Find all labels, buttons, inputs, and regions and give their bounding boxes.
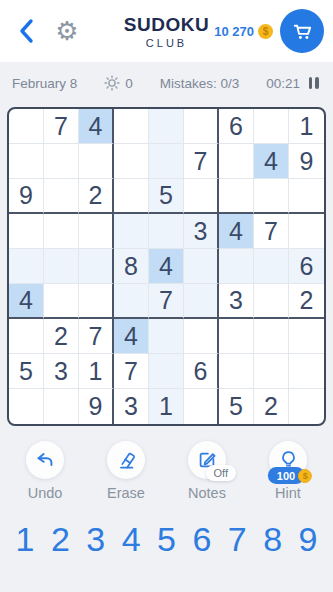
cell-r7c4[interactable]: 4 <box>114 319 149 354</box>
cell-r4c6[interactable]: 3 <box>184 214 219 249</box>
daily-count: 0 <box>125 76 133 91</box>
cell-r1c3[interactable]: 4 <box>79 109 114 144</box>
cell-r9c7[interactable]: 5 <box>219 389 254 424</box>
pause-icon <box>309 77 313 89</box>
title-main: SUDOKU <box>124 14 209 36</box>
cell-r5c7[interactable] <box>219 249 254 284</box>
hint-cost: 100 <box>277 470 295 482</box>
cell-r9c5[interactable]: 1 <box>149 389 184 424</box>
cell-r7c8[interactable] <box>254 319 289 354</box>
numpad-key-1[interactable]: 1 <box>10 522 40 556</box>
cell-r1c4[interactable] <box>114 109 149 144</box>
cell-r2c4[interactable] <box>114 144 149 179</box>
cell-r2c7[interactable] <box>219 144 254 179</box>
cell-r8c7[interactable] <box>219 354 254 389</box>
cell-r1c5[interactable] <box>149 109 184 144</box>
cell-r2c1[interactable] <box>9 144 44 179</box>
sun-icon <box>104 75 120 91</box>
cell-r7c7[interactable] <box>219 319 254 354</box>
numpad-key-4[interactable]: 4 <box>116 522 146 556</box>
cell-r8c9[interactable] <box>289 354 324 389</box>
undo-button[interactable]: Undo <box>17 441 73 501</box>
cell-r2c3[interactable] <box>79 144 114 179</box>
coin-amount: 10 270 <box>214 24 254 39</box>
cell-r3c4[interactable] <box>114 179 149 214</box>
cell-r4c8[interactable]: 7 <box>254 214 289 249</box>
daily-challenge-indicator: 0 <box>104 75 133 91</box>
erase-label: Erase <box>107 485 145 501</box>
cell-r4c3[interactable] <box>79 214 114 249</box>
numpad: 123456789 <box>0 522 333 556</box>
cell-r2c2[interactable] <box>44 144 79 179</box>
cell-r8c1[interactable]: 5 <box>9 354 44 389</box>
cell-r9c9[interactable] <box>289 389 324 424</box>
cell-r3c8[interactable] <box>254 179 289 214</box>
cell-r6c7[interactable]: 3 <box>219 284 254 319</box>
cell-r4c5[interactable] <box>149 214 184 249</box>
cell-r1c2[interactable]: 7 <box>44 109 79 144</box>
cell-r5c6[interactable] <box>184 249 219 284</box>
date-label: February 8 <box>12 76 77 91</box>
cell-r7c9[interactable] <box>289 319 324 354</box>
coin-balance[interactable]: 10 270 $ <box>214 24 273 39</box>
hint-label: Hint <box>275 485 301 501</box>
gear-icon: ⚙ <box>55 18 78 44</box>
coin-icon: $ <box>258 24 273 39</box>
cell-r1c1[interactable] <box>9 109 44 144</box>
cell-r7c1[interactable] <box>9 319 44 354</box>
back-chevron-icon <box>16 18 35 44</box>
cell-r7c2[interactable]: 2 <box>44 319 79 354</box>
cell-r6c4[interactable] <box>114 284 149 319</box>
cell-r5c8[interactable] <box>254 249 289 284</box>
numpad-key-7[interactable]: 7 <box>222 522 252 556</box>
cell-r4c9[interactable] <box>289 214 324 249</box>
cell-r7c3[interactable]: 7 <box>79 319 114 354</box>
cell-r7c5[interactable] <box>149 319 184 354</box>
cell-r8c6[interactable]: 6 <box>184 354 219 389</box>
cell-r3c2[interactable] <box>44 179 79 214</box>
hint-coin-icon: $ <box>298 469 312 483</box>
cell-r3c7[interactable] <box>219 179 254 214</box>
cell-r1c8[interactable] <box>254 109 289 144</box>
cell-r4c7[interactable]: 4 <box>219 214 254 249</box>
cell-r2c9[interactable]: 9 <box>289 144 324 179</box>
cell-r9c2[interactable] <box>44 389 79 424</box>
cell-r8c3[interactable]: 1 <box>79 354 114 389</box>
cell-r8c2[interactable]: 3 <box>44 354 79 389</box>
cell-r8c8[interactable] <box>254 354 289 389</box>
cell-r2c6[interactable]: 7 <box>184 144 219 179</box>
numpad-key-5[interactable]: 5 <box>152 522 182 556</box>
timer-label: 00:21 <box>266 76 300 91</box>
back-button[interactable] <box>13 17 37 45</box>
cell-r3c1[interactable]: 9 <box>9 179 44 214</box>
eraser-icon <box>115 449 137 471</box>
cell-r5c2[interactable] <box>44 249 79 284</box>
cell-r9c6[interactable] <box>184 389 219 424</box>
hint-cost-badge: 100 $ <box>268 467 305 484</box>
cart-icon <box>291 20 314 43</box>
cell-r4c4[interactable] <box>114 214 149 249</box>
cell-r6c2[interactable] <box>44 284 79 319</box>
title-sub: CLUB <box>124 37 209 49</box>
cell-r2c8[interactable]: 4 <box>254 144 289 179</box>
undo-icon <box>34 449 56 471</box>
erase-button[interactable]: Erase <box>98 441 154 501</box>
cell-r3c6[interactable] <box>184 179 219 214</box>
notes-off-badge: Off <box>206 465 236 481</box>
cell-r6c1[interactable]: 4 <box>9 284 44 319</box>
cell-r6c6[interactable] <box>184 284 219 319</box>
cell-r3c9[interactable] <box>289 179 324 214</box>
undo-label: Undo <box>28 485 63 501</box>
notes-button[interactable]: Off Notes <box>179 441 235 501</box>
hint-button[interactable]: 100 $ Hint <box>260 441 316 501</box>
cell-r6c9[interactable]: 2 <box>289 284 324 319</box>
sudoku-board: 746174992534784647322745317693152 <box>7 107 326 426</box>
shop-button[interactable] <box>280 9 324 53</box>
cell-r8c4[interactable]: 7 <box>114 354 149 389</box>
top-bar: ⚙ SUDOKU CLUB 10 270 $ <box>0 0 333 62</box>
numpad-key-3[interactable]: 3 <box>81 522 111 556</box>
cell-r3c3[interactable]: 2 <box>79 179 114 214</box>
cell-r2c5[interactable] <box>149 144 184 179</box>
cell-r4c2[interactable] <box>44 214 79 249</box>
cell-r1c7[interactable]: 6 <box>219 109 254 144</box>
cell-r9c3[interactable]: 9 <box>79 389 114 424</box>
cell-r1c9[interactable]: 1 <box>289 109 324 144</box>
cell-r9c8[interactable]: 2 <box>254 389 289 424</box>
cell-r1c6[interactable] <box>184 109 219 144</box>
pause-button[interactable] <box>307 75 321 91</box>
numpad-key-8[interactable]: 8 <box>258 522 288 556</box>
cell-r5c9[interactable]: 6 <box>289 249 324 284</box>
cell-r7c6[interactable] <box>184 319 219 354</box>
cell-r6c8[interactable] <box>254 284 289 319</box>
app-title: SUDOKU CLUB <box>124 14 209 49</box>
header-right-group: 10 270 $ <box>214 9 324 53</box>
mistakes-label: Mistakes: 0/3 <box>160 76 240 91</box>
numpad-key-2[interactable]: 2 <box>45 522 75 556</box>
cell-r5c3[interactable] <box>79 249 114 284</box>
settings-button[interactable]: ⚙ <box>52 16 82 46</box>
cell-r4c1[interactable] <box>9 214 44 249</box>
cell-r5c5[interactable]: 4 <box>149 249 184 284</box>
cell-r6c3[interactable] <box>79 284 114 319</box>
cell-r3c5[interactable]: 5 <box>149 179 184 214</box>
cell-r8c5[interactable] <box>149 354 184 389</box>
cell-r6c5[interactable]: 7 <box>149 284 184 319</box>
status-bar: February 8 0 Mistakes: 0/3 00:21 <box>0 62 333 104</box>
notes-label: Notes <box>188 485 226 501</box>
cell-r5c4[interactable]: 8 <box>114 249 149 284</box>
toolbar: Undo Erase Off Notes <box>0 441 333 501</box>
timer-group: 00:21 <box>266 75 321 91</box>
numpad-key-9[interactable]: 9 <box>293 522 323 556</box>
numpad-key-6[interactable]: 6 <box>187 522 217 556</box>
cell-r5c1[interactable] <box>9 249 44 284</box>
cell-r9c4[interactable]: 3 <box>114 389 149 424</box>
cell-r9c1[interactable] <box>9 389 44 424</box>
